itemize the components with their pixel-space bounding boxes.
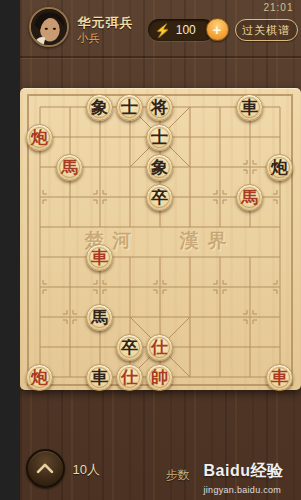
- piece-black-車[interactable]: 車: [236, 94, 263, 121]
- piece-black-士[interactable]: 士: [146, 124, 173, 151]
- piece-red-仕[interactable]: 仕: [116, 364, 143, 391]
- watermark: Baidu经验 jingyan.baidu.com: [204, 461, 284, 495]
- piece-red-炮[interactable]: 炮: [26, 364, 53, 391]
- piece-black-炮[interactable]: 炮: [266, 154, 293, 181]
- piece-black-将[interactable]: 将: [146, 94, 173, 121]
- piece-black-象[interactable]: 象: [86, 94, 113, 121]
- piece-red-馬[interactable]: 馬: [236, 184, 263, 211]
- piece-red-炮[interactable]: 炮: [26, 124, 53, 151]
- piece-black-車[interactable]: 車: [86, 364, 113, 391]
- watermark-brand: Baidu经验: [204, 461, 284, 482]
- avatar[interactable]: [29, 7, 69, 47]
- steps-label: 步数: [166, 467, 190, 484]
- piece-black-士[interactable]: 士: [116, 94, 143, 121]
- piece-black-馬[interactable]: 馬: [86, 304, 113, 331]
- xiangqi-board[interactable]: 楚河 漢界 象士将車炮士馬象炮卒馬車馬卒仕炮車仕帥車: [20, 88, 301, 390]
- piece-red-車[interactable]: 車: [86, 244, 113, 271]
- lightning-icon: ⚡: [155, 24, 171, 37]
- piece-black-卒[interactable]: 卒: [116, 334, 143, 361]
- piece-red-帥[interactable]: 帥: [146, 364, 173, 391]
- level-manual-button[interactable]: 过关棋谱: [235, 19, 298, 41]
- level-name: 华元弭兵: [78, 14, 134, 32]
- add-energy-button[interactable]: +: [206, 18, 229, 41]
- piece-red-馬[interactable]: 馬: [56, 154, 83, 181]
- river-label-right: 漢界: [180, 228, 236, 254]
- online-players-count: 10人: [73, 461, 100, 479]
- energy-counter: ⚡ 100: [148, 19, 214, 41]
- piece-black-象[interactable]: 象: [146, 154, 173, 181]
- level-rank-badge: 小兵: [78, 31, 100, 46]
- wood-plank-seam: [20, 56, 301, 58]
- watermark-url: jingyan.baidu.com: [204, 485, 284, 495]
- chevron-up-icon: [35, 461, 55, 475]
- piece-red-車[interactable]: 車: [266, 364, 293, 391]
- energy-value: 100: [176, 23, 196, 37]
- app-screen: 21:01 华元弭兵 小兵 ⚡ 100 + 过关棋谱 楚河 漢界 象士将車炮士馬…: [20, 0, 301, 500]
- expand-panel-button[interactable]: [26, 449, 65, 488]
- piece-black-卒[interactable]: 卒: [146, 184, 173, 211]
- system-clock: 21:01: [263, 2, 293, 13]
- warrior-portrait-icon: [31, 9, 67, 45]
- piece-red-仕[interactable]: 仕: [146, 334, 173, 361]
